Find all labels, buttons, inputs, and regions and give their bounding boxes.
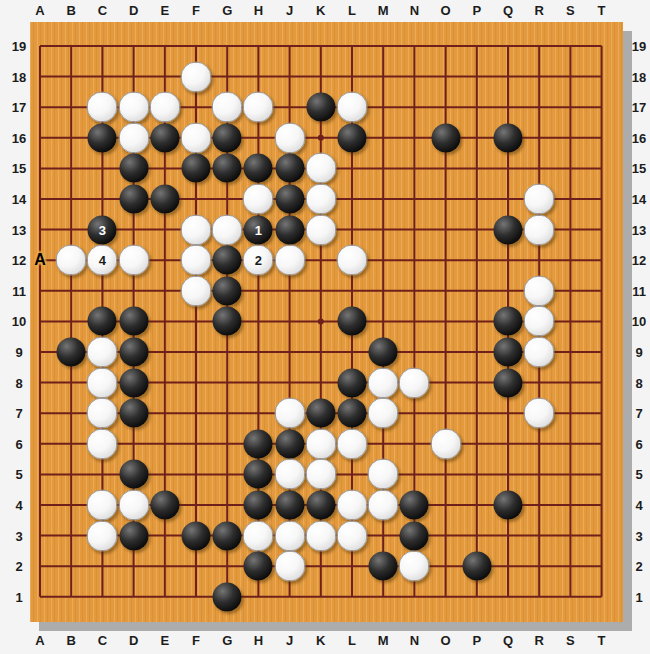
stone-white-D17[interactable]: [118, 92, 149, 123]
stone-white-L6[interactable]: [337, 428, 368, 459]
stone-white-M5[interactable]: [368, 459, 399, 490]
coordinate-label-bottom-F: F: [192, 634, 200, 647]
stone-white-J16[interactable]: [274, 122, 305, 153]
coordinate-label-top-K: K: [316, 4, 325, 17]
coordinate-label-left-2: 2: [15, 560, 22, 573]
stone-black-D5[interactable]: [119, 460, 148, 489]
stone-black-N4[interactable]: [400, 491, 429, 520]
stone-black-Q8[interactable]: [494, 368, 523, 397]
stone-black-D9[interactable]: [119, 338, 148, 367]
stone-black-K4[interactable]: [306, 491, 335, 520]
point-annotation-A: A: [34, 252, 46, 268]
coordinate-label-right-5: 5: [635, 468, 642, 481]
stone-white-L3[interactable]: [337, 520, 368, 551]
coordinate-label-top-G: G: [222, 4, 232, 17]
stone-white-E17[interactable]: [149, 92, 180, 123]
stone-black-D14[interactable]: [119, 185, 148, 214]
stone-white-L12[interactable]: [337, 245, 368, 276]
coordinate-label-left-4: 4: [15, 499, 22, 512]
coordinate-label-bottom-T: T: [598, 634, 606, 647]
coordinate-label-top-E: E: [160, 4, 169, 17]
move-number-4: 4: [99, 254, 106, 267]
coordinate-label-right-1: 1: [635, 590, 642, 603]
stone-white-H12[interactable]: 2: [243, 245, 274, 276]
stone-white-C6[interactable]: [87, 428, 118, 459]
stone-black-D15[interactable]: [119, 154, 148, 183]
stone-white-F11[interactable]: [181, 275, 212, 306]
stone-black-L16[interactable]: [338, 123, 367, 152]
stone-white-R7[interactable]: [524, 398, 555, 429]
coordinate-label-top-L: L: [348, 4, 356, 17]
stone-white-C3[interactable]: [87, 520, 118, 551]
coordinate-label-bottom-H: H: [254, 634, 263, 647]
stone-black-E14[interactable]: [150, 185, 179, 214]
coordinate-label-bottom-G: G: [222, 634, 232, 647]
stone-white-C4[interactable]: [87, 490, 118, 521]
coordinate-label-right-17: 17: [632, 101, 646, 114]
coordinate-label-right-6: 6: [635, 437, 642, 450]
coordinate-label-bottom-K: K: [316, 634, 325, 647]
stone-white-R11[interactable]: [524, 275, 555, 306]
coordinate-label-top-C: C: [98, 4, 107, 17]
stone-black-M2[interactable]: [369, 552, 398, 581]
stone-black-L10[interactable]: [338, 307, 367, 336]
stone-white-C12[interactable]: 4: [87, 245, 118, 276]
stone-black-E4[interactable]: [150, 491, 179, 520]
stone-black-Q4[interactable]: [494, 491, 523, 520]
coordinate-label-right-15: 15: [632, 162, 646, 175]
coordinate-label-right-13: 13: [632, 223, 646, 236]
stone-black-M9[interactable]: [369, 338, 398, 367]
coordinate-label-left-18: 18: [12, 70, 26, 83]
stone-white-K6[interactable]: [305, 428, 336, 459]
stone-black-K17[interactable]: [306, 93, 335, 122]
stone-black-H2[interactable]: [244, 552, 273, 581]
coordinate-label-bottom-P: P: [472, 634, 481, 647]
stone-white-J12[interactable]: [274, 245, 305, 276]
stone-white-F12[interactable]: [181, 245, 212, 276]
coordinate-label-right-11: 11: [632, 284, 646, 297]
coordinate-label-right-12: 12: [632, 254, 646, 267]
coordinate-label-right-2: 2: [635, 560, 642, 573]
stone-white-L4[interactable]: [337, 490, 368, 521]
coordinate-label-bottom-B: B: [66, 634, 75, 647]
coordinate-label-left-15: 15: [12, 162, 26, 175]
stone-black-G16[interactable]: [213, 123, 242, 152]
move-number-2: 2: [255, 254, 262, 267]
go-diagram-page: AABBCCDDEEFFGGHHJJKKLLMMNNOOPPQQRRSSTT19…: [0, 0, 650, 654]
stone-white-F18[interactable]: [181, 61, 212, 92]
stone-black-J6[interactable]: [275, 429, 304, 458]
stone-white-K5[interactable]: [305, 459, 336, 490]
stone-black-G11[interactable]: [213, 276, 242, 305]
stone-white-M4[interactable]: [368, 490, 399, 521]
coordinate-label-left-10: 10: [12, 315, 26, 328]
stone-black-G3[interactable]: [213, 521, 242, 550]
stone-white-J2[interactable]: [274, 551, 305, 582]
stone-black-G15[interactable]: [213, 154, 242, 183]
stone-black-J13[interactable]: [275, 215, 304, 244]
coordinate-label-left-9: 9: [15, 346, 22, 359]
coordinate-label-bottom-E: E: [160, 634, 169, 647]
stone-white-H17[interactable]: [243, 92, 274, 123]
stone-black-H4[interactable]: [244, 491, 273, 520]
stone-white-K13[interactable]: [305, 214, 336, 245]
stone-black-Q9[interactable]: [494, 338, 523, 367]
stone-black-J14[interactable]: [275, 185, 304, 214]
coordinate-label-top-P: P: [472, 4, 481, 17]
stone-black-J15[interactable]: [275, 154, 304, 183]
stone-black-H6[interactable]: [244, 429, 273, 458]
coordinate-label-left-19: 19: [12, 40, 26, 53]
stone-white-C9[interactable]: [87, 337, 118, 368]
coordinate-label-left-13: 13: [12, 223, 26, 236]
coordinate-label-top-R: R: [534, 4, 543, 17]
stone-black-F3[interactable]: [182, 521, 211, 550]
stone-white-K3[interactable]: [305, 520, 336, 551]
coordinate-label-left-6: 6: [15, 437, 22, 450]
stone-white-J7[interactable]: [274, 398, 305, 429]
stone-black-Q10[interactable]: [494, 307, 523, 336]
coordinate-label-top-M: M: [378, 4, 389, 17]
coordinate-label-bottom-O: O: [441, 634, 451, 647]
stone-white-G13[interactable]: [212, 214, 243, 245]
coordinate-label-top-J: J: [286, 4, 293, 17]
stone-black-H13[interactable]: 1: [244, 215, 273, 244]
coordinate-label-bottom-Q: Q: [503, 634, 513, 647]
coordinate-label-left-7: 7: [15, 407, 22, 420]
stone-white-N2[interactable]: [399, 551, 430, 582]
stone-black-G12[interactable]: [213, 246, 242, 275]
stone-white-K14[interactable]: [305, 184, 336, 215]
coordinate-label-bottom-N: N: [410, 634, 419, 647]
stone-black-F15[interactable]: [182, 154, 211, 183]
coordinate-label-bottom-C: C: [98, 634, 107, 647]
stone-black-G10[interactable]: [213, 307, 242, 336]
stone-black-J4[interactable]: [275, 491, 304, 520]
stone-white-O6[interactable]: [430, 428, 461, 459]
coordinate-label-left-11: 11: [12, 284, 26, 297]
stone-white-R13[interactable]: [524, 214, 555, 245]
move-number-3: 3: [99, 223, 106, 236]
coordinate-label-top-O: O: [441, 4, 451, 17]
stone-black-G1[interactable]: [213, 582, 242, 611]
stone-white-R9[interactable]: [524, 337, 555, 368]
stone-white-D4[interactable]: [118, 490, 149, 521]
stone-white-L17[interactable]: [337, 92, 368, 123]
stone-black-Q16[interactable]: [494, 123, 523, 152]
stone-white-R10[interactable]: [524, 306, 555, 337]
stone-white-G17[interactable]: [212, 92, 243, 123]
stone-white-H3[interactable]: [243, 520, 274, 551]
move-number-1: 1: [255, 223, 262, 236]
coordinate-label-top-B: B: [66, 4, 75, 17]
stone-black-C10[interactable]: [88, 307, 117, 336]
stone-white-D12[interactable]: [118, 245, 149, 276]
coordinate-label-right-4: 4: [635, 499, 642, 512]
coordinate-label-right-3: 3: [635, 529, 642, 542]
coordinate-label-right-7: 7: [635, 407, 642, 420]
stone-white-K15[interactable]: [305, 153, 336, 184]
stone-black-N3[interactable]: [400, 521, 429, 550]
coordinate-label-left-12: 12: [12, 254, 26, 267]
coordinate-label-top-S: S: [566, 4, 575, 17]
coordinate-label-top-F: F: [192, 4, 200, 17]
coordinate-label-right-10: 10: [632, 315, 646, 328]
stone-white-F16[interactable]: [181, 122, 212, 153]
coordinate-label-left-3: 3: [15, 529, 22, 542]
stone-black-L7[interactable]: [338, 399, 367, 428]
stone-black-D3[interactable]: [119, 521, 148, 550]
stone-black-D10[interactable]: [119, 307, 148, 336]
coordinate-label-bottom-M: M: [378, 634, 389, 647]
stone-white-J3[interactable]: [274, 520, 305, 551]
stone-black-C16[interactable]: [88, 123, 117, 152]
coordinate-label-right-14: 14: [632, 193, 646, 206]
stone-black-C13[interactable]: 3: [88, 215, 117, 244]
coordinate-label-bottom-J: J: [286, 634, 293, 647]
stone-white-H14[interactable]: [243, 184, 274, 215]
coordinate-label-right-9: 9: [635, 346, 642, 359]
stone-white-N8[interactable]: [399, 367, 430, 398]
stone-white-F13[interactable]: [181, 214, 212, 245]
coordinate-label-right-8: 8: [635, 376, 642, 389]
coordinate-label-left-8: 8: [15, 376, 22, 389]
stone-black-L8[interactable]: [338, 368, 367, 397]
stone-white-B12[interactable]: [56, 245, 87, 276]
coordinate-label-right-16: 16: [632, 131, 646, 144]
stone-white-J5[interactable]: [274, 459, 305, 490]
coordinate-label-top-T: T: [598, 4, 606, 17]
stone-black-D8[interactable]: [119, 368, 148, 397]
star-point: [318, 318, 324, 324]
stone-white-C17[interactable]: [87, 92, 118, 123]
coordinate-label-top-D: D: [129, 4, 138, 17]
coordinate-label-bottom-S: S: [566, 634, 575, 647]
coordinate-label-left-14: 14: [12, 193, 26, 206]
star-point: [318, 135, 324, 141]
coordinate-label-left-5: 5: [15, 468, 22, 481]
coordinate-label-bottom-A: A: [35, 634, 44, 647]
stone-black-P2[interactable]: [462, 552, 491, 581]
coordinate-label-bottom-R: R: [534, 634, 543, 647]
coordinate-label-left-1: 1: [15, 590, 22, 603]
coordinate-label-bottom-D: D: [129, 634, 138, 647]
stone-white-M8[interactable]: [368, 367, 399, 398]
stone-black-H15[interactable]: [244, 154, 273, 183]
coordinate-label-top-N: N: [410, 4, 419, 17]
stone-black-D7[interactable]: [119, 399, 148, 428]
stone-black-K7[interactable]: [306, 399, 335, 428]
stone-black-B9[interactable]: [57, 338, 86, 367]
coordinate-label-left-17: 17: [12, 101, 26, 114]
stone-black-Q13[interactable]: [494, 215, 523, 244]
coordinate-label-top-Q: Q: [503, 4, 513, 17]
stone-black-H5[interactable]: [244, 460, 273, 489]
coordinate-label-left-16: 16: [12, 131, 26, 144]
coordinate-label-bottom-L: L: [348, 634, 356, 647]
coordinate-label-top-A: A: [35, 4, 44, 17]
stone-white-D16[interactable]: [118, 122, 149, 153]
stone-black-O16[interactable]: [431, 123, 460, 152]
stone-black-E16[interactable]: [150, 123, 179, 152]
stone-white-C7[interactable]: [87, 398, 118, 429]
stone-white-C8[interactable]: [87, 367, 118, 398]
coordinate-label-right-18: 18: [632, 70, 646, 83]
stone-white-R14[interactable]: [524, 184, 555, 215]
coordinate-label-right-19: 19: [632, 40, 646, 53]
coordinate-label-top-H: H: [254, 4, 263, 17]
stone-white-M7[interactable]: [368, 398, 399, 429]
